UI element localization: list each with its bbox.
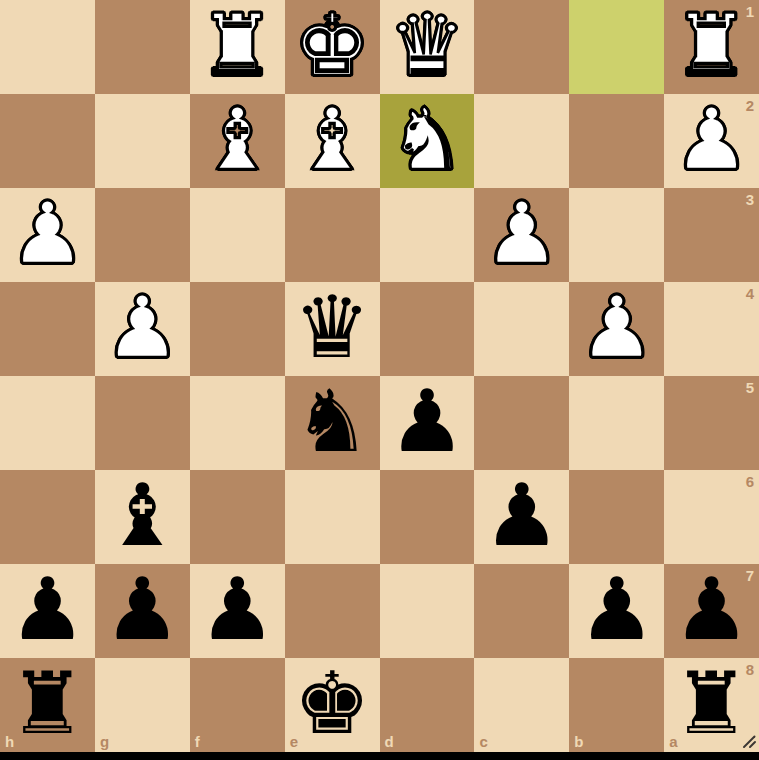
square-f8[interactable]: f — [190, 658, 285, 752]
square-h2[interactable] — [0, 94, 95, 188]
black-pawn: ♟ — [199, 566, 276, 652]
square-e8[interactable]: ♚e — [285, 658, 380, 752]
square-b8[interactable]: b — [569, 658, 664, 752]
square-c3[interactable]: ♟ — [474, 188, 569, 282]
square-c5[interactable] — [474, 376, 569, 470]
file-label-e: e — [290, 734, 298, 749]
black-knight: ♞ — [294, 378, 371, 464]
square-e6[interactable] — [285, 470, 380, 564]
square-h5[interactable] — [0, 376, 95, 470]
chess-board-screenshot: ♜♚♛♜1♝♝♞♟2♟♟3♟♛♟4♞♟5♝♟6♟♟♟♟♟7♜hgf♚edcb♜8… — [0, 0, 759, 760]
square-b6[interactable] — [569, 470, 664, 564]
square-b1[interactable] — [569, 0, 664, 94]
white-queen: ♛ — [388, 2, 465, 88]
white-knight: ♞ — [388, 96, 465, 182]
square-c1[interactable] — [474, 0, 569, 94]
bottom-bar — [0, 752, 759, 760]
black-king: ♚ — [294, 660, 371, 746]
file-label-a: a — [669, 734, 677, 749]
square-b7[interactable]: ♟ — [569, 564, 664, 658]
square-h7[interactable]: ♟ — [0, 564, 95, 658]
rank-label-7: 7 — [746, 568, 754, 583]
square-d2[interactable]: ♞ — [380, 94, 475, 188]
square-h4[interactable] — [0, 282, 95, 376]
file-label-b: b — [574, 734, 583, 749]
file-label-g: g — [100, 734, 109, 749]
file-label-d: d — [385, 734, 394, 749]
square-d1[interactable]: ♛ — [380, 0, 475, 94]
square-d7[interactable] — [380, 564, 475, 658]
rank-label-4: 4 — [746, 286, 754, 301]
square-d4[interactable] — [380, 282, 475, 376]
square-a5[interactable]: 5 — [664, 376, 759, 470]
rank-label-2: 2 — [746, 98, 754, 113]
square-g5[interactable] — [95, 376, 190, 470]
square-d3[interactable] — [380, 188, 475, 282]
square-d8[interactable]: d — [380, 658, 475, 752]
rank-label-6: 6 — [746, 474, 754, 489]
white-pawn: ♟ — [578, 284, 655, 370]
black-pawn: ♟ — [388, 378, 465, 464]
square-a6[interactable]: 6 — [664, 470, 759, 564]
square-f3[interactable] — [190, 188, 285, 282]
square-f1[interactable]: ♜ — [190, 0, 285, 94]
square-d5[interactable]: ♟ — [380, 376, 475, 470]
file-label-f: f — [195, 734, 200, 749]
square-b2[interactable] — [569, 94, 664, 188]
white-pawn: ♟ — [9, 190, 86, 276]
square-g6[interactable]: ♝ — [95, 470, 190, 564]
square-g7[interactable]: ♟ — [95, 564, 190, 658]
rank-label-8: 8 — [746, 662, 754, 677]
square-e2[interactable]: ♝ — [285, 94, 380, 188]
white-rook: ♜ — [199, 2, 276, 88]
square-a7[interactable]: ♟7 — [664, 564, 759, 658]
square-c7[interactable] — [474, 564, 569, 658]
white-king: ♚ — [294, 2, 371, 88]
square-a1[interactable]: ♜1 — [664, 0, 759, 94]
square-g4[interactable]: ♟ — [95, 282, 190, 376]
black-queen: ♛ — [294, 284, 371, 370]
black-pawn: ♟ — [483, 472, 560, 558]
square-f5[interactable] — [190, 376, 285, 470]
square-e5[interactable]: ♞ — [285, 376, 380, 470]
square-b5[interactable] — [569, 376, 664, 470]
white-bishop: ♝ — [199, 96, 276, 182]
square-h3[interactable]: ♟ — [0, 188, 95, 282]
square-d6[interactable] — [380, 470, 475, 564]
black-pawn: ♟ — [9, 566, 86, 652]
black-rook: ♜ — [9, 660, 86, 746]
black-pawn: ♟ — [673, 566, 750, 652]
square-e4[interactable]: ♛ — [285, 282, 380, 376]
rank-label-1: 1 — [746, 4, 754, 19]
white-pawn: ♟ — [104, 284, 181, 370]
white-pawn: ♟ — [673, 96, 750, 182]
white-pawn: ♟ — [483, 190, 560, 276]
square-h6[interactable] — [0, 470, 95, 564]
black-pawn: ♟ — [104, 566, 181, 652]
file-label-h: h — [5, 734, 14, 749]
file-label-c: c — [479, 734, 487, 749]
square-e3[interactable] — [285, 188, 380, 282]
rank-label-3: 3 — [746, 192, 754, 207]
square-c6[interactable]: ♟ — [474, 470, 569, 564]
square-f2[interactable]: ♝ — [190, 94, 285, 188]
black-bishop: ♝ — [104, 472, 181, 558]
square-h8[interactable]: ♜h — [0, 658, 95, 752]
square-f6[interactable] — [190, 470, 285, 564]
square-c8[interactable]: c — [474, 658, 569, 752]
white-rook: ♜ — [673, 2, 750, 88]
square-b4[interactable]: ♟ — [569, 282, 664, 376]
square-a2[interactable]: ♟2 — [664, 94, 759, 188]
rank-label-5: 5 — [746, 380, 754, 395]
white-bishop: ♝ — [294, 96, 371, 182]
square-f7[interactable]: ♟ — [190, 564, 285, 658]
chess-board: ♜♚♛♜1♝♝♞♟2♟♟3♟♛♟4♞♟5♝♟6♟♟♟♟♟7♜hgf♚edcb♜8… — [0, 0, 759, 752]
square-g3[interactable] — [95, 188, 190, 282]
square-c4[interactable] — [474, 282, 569, 376]
square-a4[interactable]: 4 — [664, 282, 759, 376]
square-a3[interactable]: 3 — [664, 188, 759, 282]
black-pawn: ♟ — [578, 566, 655, 652]
square-c2[interactable] — [474, 94, 569, 188]
square-h1[interactable] — [0, 0, 95, 94]
square-g8[interactable]: g — [95, 658, 190, 752]
resize-handle-icon[interactable] — [741, 733, 758, 750]
square-g2[interactable] — [95, 94, 190, 188]
square-e7[interactable] — [285, 564, 380, 658]
square-f4[interactable] — [190, 282, 285, 376]
square-g1[interactable] — [95, 0, 190, 94]
black-rook: ♜ — [673, 660, 750, 746]
square-b3[interactable] — [569, 188, 664, 282]
square-e1[interactable]: ♚ — [285, 0, 380, 94]
